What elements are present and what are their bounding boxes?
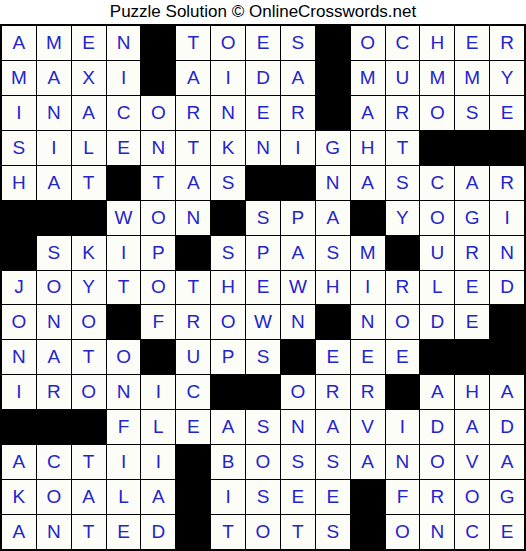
black-cell	[107, 305, 141, 339]
letter-cell: O	[211, 26, 245, 60]
letter-cell: D	[490, 410, 524, 444]
black-cell	[176, 480, 210, 514]
black-cell	[281, 166, 315, 200]
letter-cell: O	[72, 305, 106, 339]
letter-cell: E	[107, 515, 141, 549]
letter-cell: I	[211, 480, 245, 514]
letter-cell: V	[351, 410, 385, 444]
letter-cell: H	[211, 271, 245, 305]
letter-cell: S	[316, 445, 350, 479]
letter-cell: W	[107, 201, 141, 235]
letter-cell: P	[281, 201, 315, 235]
letter-cell: H	[316, 271, 350, 305]
black-cell	[351, 201, 385, 235]
letter-cell: E	[455, 271, 489, 305]
letter-cell: M	[420, 61, 454, 95]
letter-cell: D	[141, 515, 175, 549]
letter-cell: R	[420, 480, 454, 514]
letter-cell: N	[351, 305, 385, 339]
letter-cell: I	[107, 445, 141, 479]
letter-cell: X	[72, 61, 106, 95]
black-cell	[420, 340, 454, 374]
letter-cell: O	[72, 375, 106, 409]
letter-cell: A	[455, 166, 489, 200]
letter-cell: A	[281, 61, 315, 95]
letter-cell: A	[37, 340, 71, 374]
letter-cell: O	[455, 480, 489, 514]
letter-cell: I	[141, 375, 175, 409]
letter-cell: I	[211, 61, 245, 95]
letter-cell: F	[107, 410, 141, 444]
letter-cell: W	[246, 305, 280, 339]
letter-cell: Y	[386, 201, 420, 235]
letter-cell: O	[246, 515, 280, 549]
letter-cell: I	[351, 271, 385, 305]
letter-cell: G	[455, 201, 489, 235]
letter-cell: O	[246, 445, 280, 479]
letter-cell: D	[246, 61, 280, 95]
letter-cell: N	[107, 375, 141, 409]
crossword-grid: AMENTOESOCHERMAXIAIDAMUMMYINACORNERAROSE…	[0, 24, 526, 551]
letter-cell: E	[176, 410, 210, 444]
letter-cell: D	[420, 305, 454, 339]
letter-cell: O	[107, 340, 141, 374]
letter-cell: C	[37, 445, 71, 479]
letter-cell: E	[246, 96, 280, 130]
letter-cell: K	[211, 131, 245, 165]
letter-cell: C	[420, 166, 454, 200]
letter-cell: N	[37, 96, 71, 130]
letter-cell: R	[490, 26, 524, 60]
letter-cell: A	[490, 445, 524, 479]
letter-cell: S	[246, 201, 280, 235]
black-cell	[176, 515, 210, 549]
letter-cell: I	[107, 236, 141, 270]
letter-cell: S	[281, 26, 315, 60]
letter-cell: I	[107, 61, 141, 95]
letter-cell: T	[72, 166, 106, 200]
letter-cell: D	[490, 271, 524, 305]
letter-cell: A	[351, 166, 385, 200]
black-cell	[141, 340, 175, 374]
page-title: Puzzle Solution © OnlineCrosswords.net	[0, 0, 526, 24]
letter-cell: N	[2, 340, 36, 374]
letter-cell: E	[490, 515, 524, 549]
letter-cell: E	[386, 340, 420, 374]
letter-cell: A	[141, 480, 175, 514]
letter-cell: R	[316, 375, 350, 409]
black-cell	[2, 410, 36, 444]
letter-cell: C	[107, 96, 141, 130]
letter-cell: R	[176, 96, 210, 130]
letter-cell: A	[72, 480, 106, 514]
letter-cell: N	[386, 445, 420, 479]
letter-cell: F	[141, 305, 175, 339]
letter-cell: A	[37, 61, 71, 95]
letter-cell: R	[351, 375, 385, 409]
letter-cell: Y	[490, 61, 524, 95]
letter-cell: A	[316, 201, 350, 235]
letter-cell: R	[37, 375, 71, 409]
black-cell	[455, 340, 489, 374]
letter-cell: E	[107, 131, 141, 165]
letter-cell: U	[176, 340, 210, 374]
letter-cell: O	[281, 375, 315, 409]
black-cell	[351, 480, 385, 514]
letter-cell: S	[455, 96, 489, 130]
letter-cell: A	[72, 96, 106, 130]
letter-cell: A	[176, 166, 210, 200]
letter-cell: C	[176, 375, 210, 409]
letter-cell: E	[246, 26, 280, 60]
black-cell	[246, 166, 280, 200]
letter-cell: N	[316, 166, 350, 200]
black-cell	[316, 96, 350, 130]
black-cell	[455, 131, 489, 165]
letter-cell: W	[281, 271, 315, 305]
letter-cell: P	[141, 236, 175, 270]
black-cell	[351, 515, 385, 549]
black-cell	[176, 236, 210, 270]
letter-cell: O	[386, 305, 420, 339]
letter-cell: O	[37, 271, 71, 305]
letter-cell: T	[211, 515, 245, 549]
black-cell	[37, 201, 71, 235]
letter-cell: I	[490, 201, 524, 235]
letter-cell: H	[351, 131, 385, 165]
letter-cell: R	[386, 96, 420, 130]
letter-cell: N	[281, 305, 315, 339]
letter-cell: T	[176, 26, 210, 60]
letter-cell: N	[211, 96, 245, 130]
letter-cell: M	[455, 61, 489, 95]
letter-cell: M	[351, 61, 385, 95]
letter-cell: O	[2, 305, 36, 339]
letter-cell: A	[420, 375, 454, 409]
letter-cell: T	[176, 131, 210, 165]
letter-cell: R	[281, 96, 315, 130]
letter-cell: J	[2, 271, 36, 305]
black-cell	[141, 26, 175, 60]
letter-cell: O	[37, 480, 71, 514]
letter-cell: E	[316, 480, 350, 514]
letter-cell: S	[2, 131, 36, 165]
black-cell	[386, 375, 420, 409]
letter-cell: K	[72, 236, 106, 270]
letter-cell: G	[316, 131, 350, 165]
letter-cell: S	[281, 445, 315, 479]
letter-cell: A	[351, 445, 385, 479]
letter-cell: S	[246, 480, 280, 514]
black-cell	[281, 340, 315, 374]
letter-cell: N	[141, 131, 175, 165]
letter-cell: Y	[72, 271, 106, 305]
black-cell	[420, 131, 454, 165]
letter-cell: O	[420, 201, 454, 235]
letter-cell: E	[246, 271, 280, 305]
black-cell	[37, 410, 71, 444]
letter-cell: P	[246, 236, 280, 270]
letter-cell: E	[281, 480, 315, 514]
letter-cell: S	[316, 236, 350, 270]
letter-cell: N	[420, 515, 454, 549]
letter-cell: T	[72, 340, 106, 374]
letter-cell: L	[141, 410, 175, 444]
black-cell	[2, 236, 36, 270]
letter-cell: I	[2, 375, 36, 409]
letter-cell: H	[420, 26, 454, 60]
letter-cell: S	[246, 340, 280, 374]
letter-cell: O	[211, 305, 245, 339]
letter-cell: F	[386, 480, 420, 514]
letter-cell: M	[351, 236, 385, 270]
letter-cell: O	[141, 271, 175, 305]
letter-cell: A	[455, 410, 489, 444]
letter-cell: H	[2, 166, 36, 200]
letter-cell: S	[211, 166, 245, 200]
letter-cell: R	[455, 236, 489, 270]
letter-cell: N	[490, 236, 524, 270]
letter-cell: A	[281, 236, 315, 270]
black-cell	[72, 410, 106, 444]
letter-cell: U	[420, 236, 454, 270]
letter-cell: N	[246, 131, 280, 165]
letter-cell: S	[246, 410, 280, 444]
letter-cell: T	[72, 445, 106, 479]
letter-cell: I	[386, 410, 420, 444]
letter-cell: U	[386, 61, 420, 95]
letter-cell: M	[37, 26, 71, 60]
letter-cell: A	[316, 410, 350, 444]
letter-cell: L	[107, 480, 141, 514]
letter-cell: N	[37, 515, 71, 549]
letter-cell: D	[420, 410, 454, 444]
black-cell	[141, 61, 175, 95]
letter-cell: R	[386, 271, 420, 305]
letter-cell: A	[490, 375, 524, 409]
letter-cell: O	[386, 515, 420, 549]
letter-cell: N	[281, 410, 315, 444]
letter-cell: E	[455, 305, 489, 339]
black-cell	[316, 26, 350, 60]
letter-cell: N	[107, 26, 141, 60]
letter-cell: R	[176, 305, 210, 339]
black-cell	[72, 201, 106, 235]
letter-cell: B	[211, 445, 245, 479]
letter-cell: L	[420, 271, 454, 305]
letter-cell: E	[490, 96, 524, 130]
letter-cell: G	[490, 480, 524, 514]
letter-cell: L	[72, 131, 106, 165]
letter-cell: O	[351, 26, 385, 60]
letter-cell: N	[176, 201, 210, 235]
letter-cell: R	[490, 166, 524, 200]
letter-cell: T	[281, 515, 315, 549]
letter-cell: T	[141, 166, 175, 200]
letter-cell: K	[2, 480, 36, 514]
letter-cell: T	[72, 515, 106, 549]
letter-cell: C	[455, 515, 489, 549]
letter-cell: O	[420, 96, 454, 130]
black-cell	[246, 375, 280, 409]
black-cell	[386, 236, 420, 270]
letter-cell: E	[455, 26, 489, 60]
letter-cell: A	[37, 166, 71, 200]
letter-cell: A	[2, 445, 36, 479]
letter-cell: A	[176, 61, 210, 95]
letter-cell: P	[211, 340, 245, 374]
letter-cell: T	[107, 271, 141, 305]
black-cell	[490, 340, 524, 374]
black-cell	[211, 375, 245, 409]
letter-cell: E	[72, 26, 106, 60]
letter-cell: S	[37, 236, 71, 270]
letter-cell: N	[37, 305, 71, 339]
letter-cell: V	[455, 445, 489, 479]
letter-cell: I	[37, 131, 71, 165]
black-cell	[211, 201, 245, 235]
letter-cell: T	[386, 131, 420, 165]
letter-cell: O	[141, 96, 175, 130]
letter-cell: E	[351, 340, 385, 374]
letter-cell: I	[141, 445, 175, 479]
black-cell	[176, 445, 210, 479]
black-cell	[316, 61, 350, 95]
black-cell	[316, 305, 350, 339]
letter-cell: I	[2, 96, 36, 130]
black-cell	[490, 131, 524, 165]
letter-cell: O	[141, 201, 175, 235]
black-cell	[107, 166, 141, 200]
letter-cell: A	[351, 96, 385, 130]
letter-cell: S	[386, 166, 420, 200]
letter-cell: A	[2, 26, 36, 60]
letter-cell: S	[211, 236, 245, 270]
letter-cell: T	[176, 271, 210, 305]
letter-cell: E	[316, 340, 350, 374]
letter-cell: H	[455, 375, 489, 409]
letter-cell: I	[281, 131, 315, 165]
black-cell	[2, 201, 36, 235]
letter-cell: S	[316, 515, 350, 549]
puzzle-solution-page: Puzzle Solution © OnlineCrosswords.net A…	[0, 0, 526, 551]
letter-cell: O	[420, 445, 454, 479]
black-cell	[490, 305, 524, 339]
letter-cell: M	[2, 61, 36, 95]
letter-cell: C	[386, 26, 420, 60]
letter-cell: A	[211, 410, 245, 444]
letter-cell: A	[2, 515, 36, 549]
